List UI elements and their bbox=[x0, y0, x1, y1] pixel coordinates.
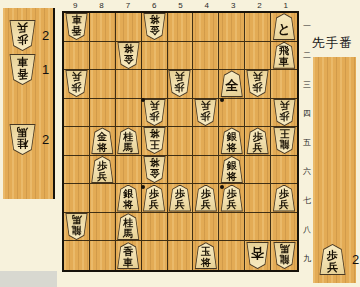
file-label-7: 7 bbox=[122, 1, 134, 10]
square-97[interactable] bbox=[64, 184, 90, 213]
sente-piece-歩兵[interactable]: 歩兵 bbox=[319, 244, 346, 275]
piece-kanji: 歩兵 bbox=[319, 244, 346, 275]
sente-piece-歩兵[interactable]: 歩兵 bbox=[220, 185, 243, 212]
square-37[interactable]: 歩兵 bbox=[219, 184, 245, 213]
piece-kanji: 歩兵 bbox=[143, 99, 166, 126]
piece-kanji: 歩兵 bbox=[9, 20, 36, 51]
gote-piece-金将[interactable]: 金将 bbox=[143, 13, 166, 40]
gote-piece-桂馬[interactable]: 桂馬 bbox=[9, 124, 36, 155]
square-78[interactable]: 桂馬 bbox=[116, 213, 142, 242]
gote-piece-龍馬[interactable]: 龍馬 bbox=[273, 242, 296, 269]
square-13[interactable] bbox=[271, 70, 297, 99]
square-73[interactable] bbox=[116, 70, 142, 99]
square-43[interactable] bbox=[193, 70, 219, 99]
square-69[interactable] bbox=[142, 241, 168, 270]
square-96[interactable] bbox=[64, 156, 90, 185]
square-41[interactable] bbox=[193, 13, 219, 42]
gote-piece-歩兵[interactable]: 歩兵 bbox=[168, 70, 191, 97]
square-81[interactable] bbox=[90, 13, 116, 42]
piece-kanji: 龍王 bbox=[273, 127, 296, 154]
sente-piece-金将[interactable]: 金将 bbox=[91, 127, 114, 154]
shogi-board: 香車金将と金将飛車歩兵歩兵全歩兵歩兵歩兵歩兵金将桂馬王将銀将歩兵龍王歩兵金将銀将… bbox=[62, 11, 299, 272]
piece-kanji: 歩兵 bbox=[168, 70, 191, 97]
square-99[interactable] bbox=[64, 241, 90, 270]
piece-kanji: 金将 bbox=[143, 156, 166, 183]
rank-label-5: 五 bbox=[301, 137, 313, 148]
sente-piece-銀将[interactable]: 銀将 bbox=[117, 185, 140, 212]
square-48[interactable] bbox=[193, 213, 219, 242]
sente-piece-桂馬[interactable]: 桂馬 bbox=[117, 127, 140, 154]
square-98[interactable]: 龍馬 bbox=[64, 213, 90, 242]
sente-piece-歩兵[interactable]: 歩兵 bbox=[273, 185, 296, 212]
file-label-5: 5 bbox=[175, 1, 187, 10]
sente-piece-歩兵[interactable]: 歩兵 bbox=[246, 127, 269, 154]
square-32[interactable] bbox=[219, 42, 245, 71]
square-83[interactable] bbox=[90, 70, 116, 99]
square-16[interactable] bbox=[271, 156, 297, 185]
gote-piece-金将[interactable]: 金将 bbox=[117, 42, 140, 69]
square-87[interactable] bbox=[90, 184, 116, 213]
square-23[interactable]: 歩兵 bbox=[245, 70, 271, 99]
rank-label-8: 八 bbox=[301, 224, 313, 235]
square-19[interactable]: 龍馬 bbox=[271, 241, 297, 270]
square-26[interactable] bbox=[245, 156, 271, 185]
gote-piece-香車[interactable]: 香車 bbox=[65, 13, 88, 40]
square-52[interactable] bbox=[168, 42, 194, 71]
piece-kanji: 杏 bbox=[246, 242, 269, 269]
square-84[interactable] bbox=[90, 99, 116, 128]
rank-label-7: 七 bbox=[301, 195, 313, 206]
piece-kanji: 歩兵 bbox=[168, 185, 191, 212]
square-49[interactable]: 玉将 bbox=[193, 241, 219, 270]
bottom-edge-strip bbox=[0, 271, 57, 287]
gote-piece-歩兵[interactable]: 歩兵 bbox=[143, 99, 166, 126]
square-92[interactable] bbox=[64, 42, 90, 71]
gote-piece-香車[interactable]: 香車 bbox=[9, 54, 36, 85]
rank-label-6: 六 bbox=[301, 166, 313, 177]
sente-hand-panel: 歩兵2 bbox=[313, 57, 356, 283]
piece-kanji: 香車 bbox=[65, 13, 88, 40]
piece-kanji: 王将 bbox=[143, 127, 166, 154]
piece-kanji: 歩兵 bbox=[220, 185, 243, 212]
rank-label-1: 一 bbox=[301, 21, 313, 32]
rank-label-4: 四 bbox=[301, 108, 313, 119]
gote-piece-歩兵[interactable]: 歩兵 bbox=[9, 20, 36, 51]
square-12[interactable]: 飛車 bbox=[271, 42, 297, 71]
piece-kanji: 金将 bbox=[143, 13, 166, 40]
piece-kanji: 金将 bbox=[117, 42, 140, 69]
square-85[interactable]: 金将 bbox=[90, 127, 116, 156]
piece-kanji: 歩兵 bbox=[246, 70, 269, 97]
piece-kanji: 歩兵 bbox=[194, 185, 217, 212]
gote-piece-歩兵[interactable]: 歩兵 bbox=[246, 70, 269, 97]
gote-piece-龍馬[interactable]: 龍馬 bbox=[65, 213, 88, 240]
piece-kanji: 龍馬 bbox=[273, 242, 296, 269]
square-55[interactable] bbox=[168, 127, 194, 156]
sente-hand-item-歩兵[interactable]: 歩兵2 bbox=[319, 244, 359, 275]
piece-kanji: 全 bbox=[220, 70, 243, 97]
gote-piece-歩兵[interactable]: 歩兵 bbox=[273, 99, 296, 126]
square-63[interactable] bbox=[142, 70, 168, 99]
square-71[interactable] bbox=[116, 13, 142, 42]
square-68[interactable] bbox=[142, 213, 168, 242]
gote-hand-count: 1 bbox=[42, 62, 49, 77]
shogi-app: { "game": "shogi", "turn_indicator": "先手… bbox=[0, 0, 360, 287]
piece-kanji: 金将 bbox=[91, 127, 114, 154]
file-label-9: 9 bbox=[69, 1, 81, 10]
square-93[interactable]: 歩兵 bbox=[64, 70, 90, 99]
sente-piece-歩兵[interactable]: 歩兵 bbox=[91, 156, 114, 183]
square-39[interactable] bbox=[219, 241, 245, 270]
piece-kanji: 歩兵 bbox=[91, 156, 114, 183]
square-61[interactable]: 金将 bbox=[142, 13, 168, 42]
square-74[interactable] bbox=[116, 99, 142, 128]
piece-kanji: 歩兵 bbox=[194, 99, 217, 126]
square-76[interactable] bbox=[116, 156, 142, 185]
square-28[interactable] bbox=[245, 213, 271, 242]
square-31[interactable] bbox=[219, 13, 245, 42]
sente-piece-桂馬[interactable]: 桂馬 bbox=[117, 213, 140, 240]
piece-kanji: 香車 bbox=[9, 54, 36, 85]
piece-kanji: と bbox=[273, 13, 296, 40]
rank-label-2: 二 bbox=[301, 50, 313, 61]
gote-hand-count: 2 bbox=[42, 28, 49, 43]
gote-piece-龍王[interactable]: 龍王 bbox=[273, 127, 296, 154]
square-25[interactable]: 歩兵 bbox=[245, 127, 271, 156]
piece-kanji: 歩兵 bbox=[273, 99, 296, 126]
square-67[interactable]: 歩兵 bbox=[142, 184, 168, 213]
sente-piece-全[interactable]: 全 bbox=[220, 70, 243, 97]
square-77[interactable]: 銀将 bbox=[116, 184, 142, 213]
square-42[interactable] bbox=[193, 42, 219, 71]
piece-kanji: 歩兵 bbox=[246, 127, 269, 154]
square-11[interactable]: と bbox=[271, 13, 297, 42]
square-44[interactable]: 歩兵 bbox=[193, 99, 219, 128]
square-14[interactable]: 歩兵 bbox=[271, 99, 297, 128]
piece-kanji: 桂馬 bbox=[9, 124, 36, 155]
square-45[interactable] bbox=[193, 127, 219, 156]
square-86[interactable]: 歩兵 bbox=[90, 156, 116, 185]
sente-hand-count: 2 bbox=[352, 252, 359, 267]
square-47[interactable]: 歩兵 bbox=[193, 184, 219, 213]
piece-kanji: 歩兵 bbox=[143, 185, 166, 212]
square-54[interactable] bbox=[168, 99, 194, 128]
square-59[interactable] bbox=[168, 241, 194, 270]
piece-kanji: 龍馬 bbox=[65, 213, 88, 240]
gote-piece-歩兵[interactable]: 歩兵 bbox=[194, 99, 217, 126]
sente-piece-歩兵[interactable]: 歩兵 bbox=[194, 185, 217, 212]
file-label-1: 1 bbox=[280, 1, 292, 10]
piece-kanji: 歩兵 bbox=[273, 185, 296, 212]
piece-kanji: 桂馬 bbox=[117, 213, 140, 240]
piece-kanji: 歩兵 bbox=[65, 70, 88, 97]
square-89[interactable] bbox=[90, 241, 116, 270]
sente-piece-玉将[interactable]: 玉将 bbox=[194, 242, 217, 269]
square-82[interactable] bbox=[90, 42, 116, 71]
square-57[interactable]: 歩兵 bbox=[168, 184, 194, 213]
square-38[interactable] bbox=[219, 213, 245, 242]
file-label-3: 3 bbox=[227, 1, 239, 10]
square-46[interactable] bbox=[193, 156, 219, 185]
sente-piece-歩兵[interactable]: 歩兵 bbox=[143, 185, 166, 212]
sente-piece-香車[interactable]: 香車 bbox=[117, 242, 140, 269]
square-27[interactable] bbox=[245, 184, 271, 213]
rank-label-3: 三 bbox=[301, 79, 313, 90]
square-75[interactable]: 桂馬 bbox=[116, 127, 142, 156]
square-56[interactable] bbox=[168, 156, 194, 185]
square-79[interactable]: 香車 bbox=[116, 241, 142, 270]
square-51[interactable] bbox=[168, 13, 194, 42]
square-17[interactable]: 歩兵 bbox=[271, 184, 297, 213]
rank-label-9: 九 bbox=[301, 253, 313, 264]
square-94[interactable] bbox=[64, 99, 90, 128]
gote-piece-金将[interactable]: 金将 bbox=[143, 156, 166, 183]
square-95[interactable] bbox=[64, 127, 90, 156]
square-35[interactable]: 銀将 bbox=[219, 127, 245, 156]
square-22[interactable] bbox=[245, 42, 271, 71]
gote-hand-item-香車[interactable]: 香車1 bbox=[9, 54, 49, 85]
square-72[interactable]: 金将 bbox=[116, 42, 142, 71]
gote-hand-panel: 歩兵2香車1桂馬2 bbox=[3, 8, 55, 199]
file-label-8: 8 bbox=[96, 1, 108, 10]
square-65[interactable]: 王将 bbox=[142, 127, 168, 156]
gote-piece-杏[interactable]: 杏 bbox=[246, 242, 269, 269]
piece-kanji: 香車 bbox=[117, 242, 140, 269]
piece-kanji: 銀将 bbox=[220, 127, 243, 154]
square-66[interactable]: 金将 bbox=[142, 156, 168, 185]
file-label-2: 2 bbox=[254, 1, 266, 10]
turn-indicator: 先手番 bbox=[312, 35, 360, 52]
square-24[interactable] bbox=[245, 99, 271, 128]
piece-kanji: 玉将 bbox=[194, 242, 217, 269]
square-64[interactable]: 歩兵 bbox=[142, 99, 168, 128]
file-label-4: 4 bbox=[201, 1, 213, 10]
sente-piece-銀将[interactable]: 銀将 bbox=[220, 127, 243, 154]
gote-hand-item-歩兵[interactable]: 歩兵2 bbox=[9, 20, 49, 51]
sente-piece-飛車[interactable]: 飛車 bbox=[273, 42, 296, 69]
square-33[interactable]: 全 bbox=[219, 70, 245, 99]
piece-kanji: 銀将 bbox=[220, 156, 243, 183]
file-label-6: 6 bbox=[148, 1, 160, 10]
square-18[interactable] bbox=[271, 213, 297, 242]
sente-piece-銀将[interactable]: 銀将 bbox=[220, 156, 243, 183]
piece-kanji: 桂馬 bbox=[117, 127, 140, 154]
square-36[interactable]: 銀将 bbox=[219, 156, 245, 185]
gote-hand-item-桂馬[interactable]: 桂馬2 bbox=[9, 124, 49, 155]
square-29[interactable]: 杏 bbox=[245, 241, 271, 270]
gote-hand-count: 2 bbox=[42, 132, 49, 147]
gote-piece-歩兵[interactable]: 歩兵 bbox=[65, 70, 88, 97]
sente-piece-歩兵[interactable]: 歩兵 bbox=[168, 185, 191, 212]
sente-piece-と[interactable]: と bbox=[273, 13, 296, 40]
piece-kanji: 飛車 bbox=[273, 42, 296, 69]
square-58[interactable] bbox=[168, 213, 194, 242]
square-34[interactable] bbox=[219, 99, 245, 128]
square-88[interactable] bbox=[90, 213, 116, 242]
gote-piece-王将[interactable]: 王将 bbox=[143, 127, 166, 154]
square-15[interactable]: 龍王 bbox=[271, 127, 297, 156]
square-62[interactable] bbox=[142, 42, 168, 71]
square-91[interactable]: 香車 bbox=[64, 13, 90, 42]
square-53[interactable]: 歩兵 bbox=[168, 70, 194, 99]
piece-kanji: 銀将 bbox=[117, 185, 140, 212]
square-21[interactable] bbox=[245, 13, 271, 42]
